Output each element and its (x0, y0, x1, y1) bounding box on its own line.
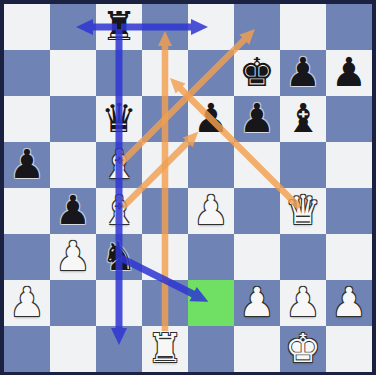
square-a8[interactable] (4, 4, 50, 50)
square-e1[interactable] (188, 326, 234, 372)
piece-black-king-f7[interactable]: ♚ (234, 50, 280, 96)
piece-black-queen-c6[interactable]: ♛ (96, 96, 142, 142)
piece-black-rook-c8[interactable]: ♜ (96, 4, 142, 50)
square-c4[interactable]: ♝ (96, 188, 142, 234)
square-f7[interactable]: ♚ (234, 50, 280, 96)
square-g8[interactable] (280, 4, 326, 50)
piece-white-pawn-e4[interactable]: ♟ (188, 188, 234, 234)
square-b2[interactable] (50, 280, 96, 326)
square-a3[interactable] (4, 234, 50, 280)
square-c1[interactable] (96, 326, 142, 372)
piece-white-pawn-a2[interactable]: ♟ (4, 280, 50, 326)
piece-white-pawn-h2[interactable]: ♟ (326, 280, 372, 326)
square-a4[interactable] (4, 188, 50, 234)
square-e7[interactable] (188, 50, 234, 96)
square-c3[interactable]: ♞ (96, 234, 142, 280)
piece-white-bishop-c4[interactable]: ♝ (96, 188, 142, 234)
piece-white-rook-d1[interactable]: ♜ (142, 326, 188, 372)
piece-white-pawn-g2[interactable]: ♟ (280, 280, 326, 326)
piece-black-pawn-e6[interactable]: ♟ (188, 96, 234, 142)
square-g6[interactable]: ♝ (280, 96, 326, 142)
square-d4[interactable] (142, 188, 188, 234)
piece-black-knight-c3[interactable]: ♞ (96, 234, 142, 280)
square-e3[interactable] (188, 234, 234, 280)
square-c7[interactable] (96, 50, 142, 96)
piece-black-pawn-f6[interactable]: ♟ (234, 96, 280, 142)
square-f2[interactable]: ♟ (234, 280, 280, 326)
square-a7[interactable] (4, 50, 50, 96)
square-g2[interactable]: ♟ (280, 280, 326, 326)
square-e5[interactable] (188, 142, 234, 188)
square-h7[interactable]: ♟ (326, 50, 372, 96)
piece-white-bishop-c5[interactable]: ♝ (96, 142, 142, 188)
square-b3[interactable]: ♟ (50, 234, 96, 280)
square-g4[interactable]: ♛ (280, 188, 326, 234)
square-b6[interactable] (50, 96, 96, 142)
square-d1[interactable]: ♜ (142, 326, 188, 372)
square-e8[interactable] (188, 4, 234, 50)
square-h3[interactable] (326, 234, 372, 280)
piece-black-pawn-b4[interactable]: ♟ (50, 188, 96, 234)
piece-white-pawn-f2[interactable]: ♟ (234, 280, 280, 326)
square-g1[interactable]: ♚ (280, 326, 326, 372)
square-h4[interactable] (326, 188, 372, 234)
square-h5[interactable] (326, 142, 372, 188)
square-e6[interactable]: ♟ (188, 96, 234, 142)
piece-white-queen-g4[interactable]: ♛ (280, 188, 326, 234)
square-g5[interactable] (280, 142, 326, 188)
piece-black-bishop-g6[interactable]: ♝ (280, 96, 326, 142)
square-b1[interactable] (50, 326, 96, 372)
piece-black-pawn-g7[interactable]: ♟ (280, 50, 326, 96)
square-f3[interactable] (234, 234, 280, 280)
square-e2[interactable] (188, 280, 234, 326)
piece-white-king-g1[interactable]: ♚ (280, 326, 326, 372)
square-d8[interactable] (142, 4, 188, 50)
square-b8[interactable] (50, 4, 96, 50)
square-b5[interactable] (50, 142, 96, 188)
square-e4[interactable]: ♟ (188, 188, 234, 234)
square-h2[interactable]: ♟ (326, 280, 372, 326)
square-f1[interactable] (234, 326, 280, 372)
square-a1[interactable] (4, 326, 50, 372)
square-a2[interactable]: ♟ (4, 280, 50, 326)
chess-board: ♜♚♟♟♛♟♟♝♟♝♟♝♟♛♟♞♟♟♟♟♜♚ (4, 4, 372, 372)
square-f6[interactable]: ♟ (234, 96, 280, 142)
square-g7[interactable]: ♟ (280, 50, 326, 96)
square-g3[interactable] (280, 234, 326, 280)
square-a6[interactable] (4, 96, 50, 142)
square-c8[interactable]: ♜ (96, 4, 142, 50)
square-h8[interactable] (326, 4, 372, 50)
square-d2[interactable] (142, 280, 188, 326)
square-c5[interactable]: ♝ (96, 142, 142, 188)
square-f5[interactable] (234, 142, 280, 188)
square-d6[interactable] (142, 96, 188, 142)
piece-black-pawn-a5[interactable]: ♟ (4, 142, 50, 188)
square-d3[interactable] (142, 234, 188, 280)
square-f4[interactable] (234, 188, 280, 234)
square-d7[interactable] (142, 50, 188, 96)
chess-analysis-screenshot: { "game": "chess", "position": { "fen": … (0, 0, 376, 375)
square-c2[interactable] (96, 280, 142, 326)
square-a5[interactable]: ♟ (4, 142, 50, 188)
square-f8[interactable] (234, 4, 280, 50)
square-c6[interactable]: ♛ (96, 96, 142, 142)
square-b7[interactable] (50, 50, 96, 96)
piece-black-pawn-h7[interactable]: ♟ (326, 50, 372, 96)
square-h6[interactable] (326, 96, 372, 142)
piece-white-pawn-b3[interactable]: ♟ (50, 234, 96, 280)
square-d5[interactable] (142, 142, 188, 188)
square-b4[interactable]: ♟ (50, 188, 96, 234)
square-h1[interactable] (326, 326, 372, 372)
